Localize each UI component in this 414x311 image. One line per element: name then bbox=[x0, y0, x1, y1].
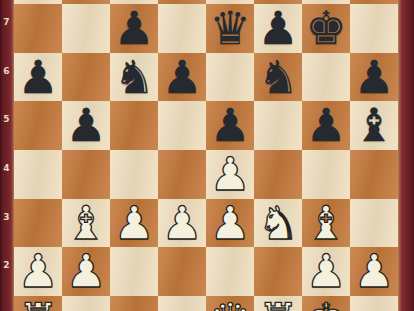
piece-white-knight: ♞ bbox=[257, 199, 298, 248]
square-a2[interactable]: ♟ bbox=[14, 247, 62, 296]
square-a4[interactable] bbox=[14, 150, 62, 199]
chess-board: ♟♛♟♚♟♞♟♞♟♟♟♟♝♟♝♟♟♟♞♝♟♟♟♟♜♛♜♚ bbox=[14, 0, 398, 311]
rank-label-3: 3 bbox=[0, 212, 13, 222]
square-c5[interactable] bbox=[110, 101, 158, 150]
rank-label-5: 5 bbox=[0, 114, 13, 124]
square-f4[interactable] bbox=[254, 150, 302, 199]
square-g6[interactable] bbox=[302, 53, 350, 102]
rank-label-6: 6 bbox=[0, 66, 13, 76]
piece-black-knight: ♞ bbox=[257, 53, 298, 102]
square-b6[interactable] bbox=[62, 53, 110, 102]
piece-white-pawn: ♟ bbox=[209, 150, 250, 199]
piece-white-pawn: ♟ bbox=[161, 199, 202, 248]
rank-label-2: 2 bbox=[0, 260, 13, 270]
rank-label-4: 4 bbox=[0, 163, 13, 173]
square-f5[interactable] bbox=[254, 101, 302, 150]
square-h3[interactable] bbox=[350, 199, 398, 248]
square-d4[interactable] bbox=[158, 150, 206, 199]
piece-black-bishop: ♝ bbox=[353, 101, 394, 150]
square-f1[interactable]: ♜ bbox=[254, 296, 302, 311]
square-d2[interactable] bbox=[158, 247, 206, 296]
square-e2[interactable] bbox=[206, 247, 254, 296]
square-a6[interactable]: ♟ bbox=[14, 53, 62, 102]
square-g7[interactable]: ♚ bbox=[302, 4, 350, 53]
piece-white-pawn: ♟ bbox=[113, 199, 154, 248]
square-c3[interactable]: ♟ bbox=[110, 199, 158, 248]
square-c7[interactable]: ♟ bbox=[110, 4, 158, 53]
square-b3[interactable]: ♝ bbox=[62, 199, 110, 248]
piece-white-bishop: ♝ bbox=[305, 199, 346, 248]
square-f3[interactable]: ♞ bbox=[254, 199, 302, 248]
square-e4[interactable]: ♟ bbox=[206, 150, 254, 199]
square-c1[interactable] bbox=[110, 296, 158, 311]
piece-white-pawn: ♟ bbox=[353, 247, 394, 296]
square-g1[interactable]: ♚ bbox=[302, 296, 350, 311]
square-h5[interactable]: ♝ bbox=[350, 101, 398, 150]
square-e6[interactable] bbox=[206, 53, 254, 102]
square-a5[interactable] bbox=[14, 101, 62, 150]
rank-label-7: 7 bbox=[0, 17, 13, 27]
square-d6[interactable]: ♟ bbox=[158, 53, 206, 102]
chess-board-viewport: ♟♛♟♚♟♞♟♞♟♟♟♟♝♟♝♟♟♟♞♝♟♟♟♟♜♛♜♚ 765432 bbox=[0, 0, 414, 311]
square-a3[interactable] bbox=[14, 199, 62, 248]
piece-white-pawn: ♟ bbox=[305, 247, 346, 296]
piece-white-pawn: ♟ bbox=[65, 247, 106, 296]
square-f7[interactable]: ♟ bbox=[254, 4, 302, 53]
square-h2[interactable]: ♟ bbox=[350, 247, 398, 296]
piece-black-knight: ♞ bbox=[113, 53, 154, 102]
piece-black-pawn: ♟ bbox=[209, 101, 250, 150]
piece-white-rook: ♜ bbox=[257, 296, 298, 311]
square-e5[interactable]: ♟ bbox=[206, 101, 254, 150]
square-a7[interactable] bbox=[14, 4, 62, 53]
square-a1[interactable]: ♜ bbox=[14, 296, 62, 311]
piece-black-pawn: ♟ bbox=[17, 53, 58, 102]
square-d3[interactable]: ♟ bbox=[158, 199, 206, 248]
piece-white-pawn: ♟ bbox=[17, 247, 58, 296]
square-h6[interactable]: ♟ bbox=[350, 53, 398, 102]
piece-black-pawn: ♟ bbox=[305, 101, 346, 150]
square-h4[interactable] bbox=[350, 150, 398, 199]
square-b1[interactable] bbox=[62, 296, 110, 311]
square-e1[interactable]: ♛ bbox=[206, 296, 254, 311]
square-f2[interactable] bbox=[254, 247, 302, 296]
square-g5[interactable]: ♟ bbox=[302, 101, 350, 150]
square-d7[interactable] bbox=[158, 4, 206, 53]
piece-black-pawn: ♟ bbox=[113, 4, 154, 53]
square-b5[interactable]: ♟ bbox=[62, 101, 110, 150]
piece-white-king: ♚ bbox=[305, 296, 346, 311]
square-e7[interactable]: ♛ bbox=[206, 4, 254, 53]
square-h1[interactable] bbox=[350, 296, 398, 311]
square-b2[interactable]: ♟ bbox=[62, 247, 110, 296]
board-right-border bbox=[398, 0, 414, 311]
square-e3[interactable]: ♟ bbox=[206, 199, 254, 248]
square-b4[interactable] bbox=[62, 150, 110, 199]
piece-black-pawn: ♟ bbox=[353, 53, 394, 102]
square-d1[interactable] bbox=[158, 296, 206, 311]
square-b7[interactable] bbox=[62, 4, 110, 53]
square-c4[interactable] bbox=[110, 150, 158, 199]
square-g2[interactable]: ♟ bbox=[302, 247, 350, 296]
piece-white-pawn: ♟ bbox=[209, 199, 250, 248]
square-f6[interactable]: ♞ bbox=[254, 53, 302, 102]
piece-black-king: ♚ bbox=[305, 4, 346, 53]
piece-black-queen: ♛ bbox=[209, 4, 250, 53]
square-d5[interactable] bbox=[158, 101, 206, 150]
piece-black-pawn: ♟ bbox=[257, 4, 298, 53]
square-g4[interactable] bbox=[302, 150, 350, 199]
square-g3[interactable]: ♝ bbox=[302, 199, 350, 248]
piece-white-queen: ♛ bbox=[209, 296, 250, 311]
piece-black-pawn: ♟ bbox=[161, 53, 202, 102]
square-c2[interactable] bbox=[110, 247, 158, 296]
square-h7[interactable] bbox=[350, 4, 398, 53]
square-c6[interactable]: ♞ bbox=[110, 53, 158, 102]
piece-black-pawn: ♟ bbox=[65, 101, 106, 150]
piece-white-rook: ♜ bbox=[17, 296, 58, 311]
piece-white-bishop: ♝ bbox=[65, 199, 106, 248]
